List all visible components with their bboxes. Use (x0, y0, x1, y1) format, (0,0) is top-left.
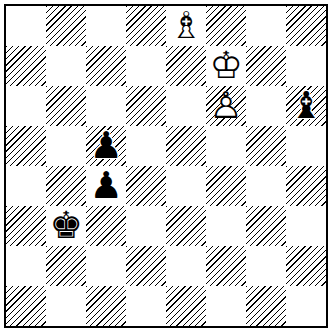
square-a1[interactable] (6, 286, 46, 326)
board-frame: ♝♗♚♔♟♙♝♟♟♚ (4, 4, 328, 328)
black-pawn-icon: ♟ (89, 127, 122, 164)
square-h5[interactable] (286, 126, 326, 166)
white-bishop-fill-glyph: ♝ (169, 7, 202, 44)
square-f8[interactable] (206, 6, 246, 46)
piece-white-bishop-e8[interactable]: ♝♗ (166, 6, 206, 46)
square-f1[interactable] (206, 286, 246, 326)
square-a7[interactable] (6, 46, 46, 86)
square-b3[interactable]: ♚ (46, 206, 86, 246)
square-e7[interactable] (166, 46, 206, 86)
square-h4[interactable] (286, 166, 326, 206)
square-d7[interactable] (126, 46, 166, 86)
square-g2[interactable] (246, 246, 286, 286)
black-king-icon: ♚ (49, 207, 82, 244)
square-f6[interactable]: ♟♙ (206, 86, 246, 126)
square-f7[interactable]: ♚♔ (206, 46, 246, 86)
square-g4[interactable] (246, 166, 286, 206)
square-b2[interactable] (46, 246, 86, 286)
square-f2[interactable] (206, 246, 246, 286)
square-e5[interactable] (166, 126, 206, 166)
square-d5[interactable] (126, 126, 166, 166)
black-pawn-icon: ♟ (89, 167, 122, 204)
chess-board: ♝♗♚♔♟♙♝♟♟♚ (6, 6, 326, 326)
white-king-fill-glyph: ♚ (209, 47, 242, 84)
square-e6[interactable] (166, 86, 206, 126)
square-h1[interactable] (286, 286, 326, 326)
square-a6[interactable] (6, 86, 46, 126)
square-a5[interactable] (6, 126, 46, 166)
square-c3[interactable] (86, 206, 126, 246)
square-h7[interactable] (286, 46, 326, 86)
black-bishop-icon: ♝ (289, 87, 322, 124)
square-b1[interactable] (46, 286, 86, 326)
square-a2[interactable] (6, 246, 46, 286)
piece-black-pawn-c4[interactable]: ♟ (86, 166, 126, 206)
square-f5[interactable] (206, 126, 246, 166)
square-c6[interactable] (86, 86, 126, 126)
square-f4[interactable] (206, 166, 246, 206)
white-bishop-icon: ♗ (169, 7, 202, 44)
square-d1[interactable] (126, 286, 166, 326)
square-e4[interactable] (166, 166, 206, 206)
square-a4[interactable] (6, 166, 46, 206)
square-h8[interactable] (286, 6, 326, 46)
square-c8[interactable] (86, 6, 126, 46)
square-c1[interactable] (86, 286, 126, 326)
square-h3[interactable] (286, 206, 326, 246)
square-d8[interactable] (126, 6, 166, 46)
square-g7[interactable] (246, 46, 286, 86)
square-b6[interactable] (46, 86, 86, 126)
diagram-page: ♝♗♚♔♟♙♝♟♟♚ (0, 0, 332, 332)
square-c7[interactable] (86, 46, 126, 86)
square-b5[interactable] (46, 126, 86, 166)
square-g8[interactable] (246, 6, 286, 46)
square-e8[interactable]: ♝♗ (166, 6, 206, 46)
square-d6[interactable] (126, 86, 166, 126)
square-d3[interactable] (126, 206, 166, 246)
square-c2[interactable] (86, 246, 126, 286)
square-c4[interactable]: ♟ (86, 166, 126, 206)
square-h2[interactable] (286, 246, 326, 286)
square-a8[interactable] (6, 6, 46, 46)
square-d4[interactable] (126, 166, 166, 206)
piece-white-king-f7[interactable]: ♚♔ (206, 46, 246, 86)
piece-black-bishop-h6[interactable]: ♝ (286, 86, 326, 126)
square-g5[interactable] (246, 126, 286, 166)
white-pawn-fill-glyph: ♟ (209, 87, 242, 124)
piece-black-pawn-c5[interactable]: ♟ (86, 126, 126, 166)
square-b8[interactable] (46, 6, 86, 46)
square-b4[interactable] (46, 166, 86, 206)
square-e1[interactable] (166, 286, 206, 326)
piece-black-king-b3[interactable]: ♚ (46, 206, 86, 246)
square-g1[interactable] (246, 286, 286, 326)
square-g6[interactable] (246, 86, 286, 126)
white-pawn-icon: ♙ (209, 87, 242, 124)
square-c5[interactable]: ♟ (86, 126, 126, 166)
square-d2[interactable] (126, 246, 166, 286)
white-king-icon: ♔ (209, 47, 242, 84)
square-b7[interactable] (46, 46, 86, 86)
square-a3[interactable] (6, 206, 46, 246)
square-h6[interactable]: ♝ (286, 86, 326, 126)
square-e3[interactable] (166, 206, 206, 246)
square-f3[interactable] (206, 206, 246, 246)
square-g3[interactable] (246, 206, 286, 246)
piece-white-pawn-f6[interactable]: ♟♙ (206, 86, 246, 126)
square-e2[interactable] (166, 246, 206, 286)
